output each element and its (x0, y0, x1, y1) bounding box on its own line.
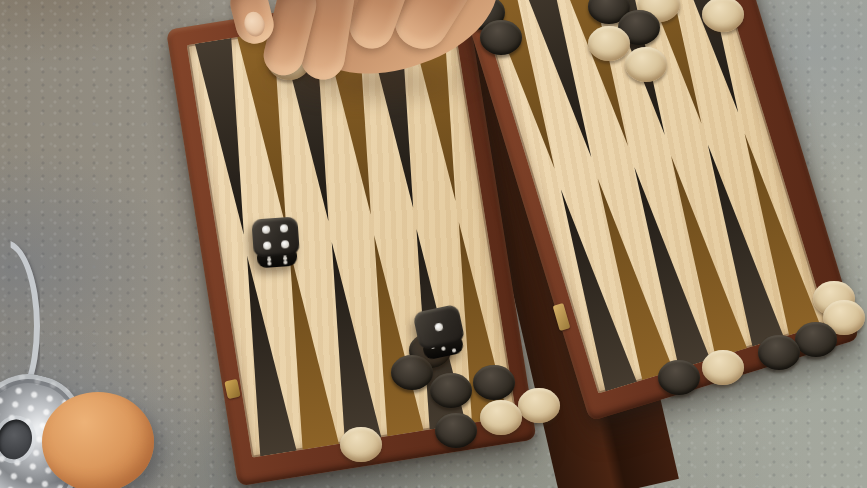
checker-cream[interactable] (340, 427, 382, 462)
die-showing-1[interactable] (412, 304, 467, 361)
die-top-face (251, 216, 300, 257)
checker-black[interactable] (430, 373, 472, 408)
die-pip (267, 262, 271, 266)
checker-cream-held[interactable] (268, 45, 310, 80)
checker-black[interactable] (658, 360, 700, 395)
die-pip (283, 261, 287, 265)
pieces-layer (0, 0, 867, 488)
checker-black[interactable] (480, 20, 522, 55)
checker-cream[interactable] (702, 0, 744, 32)
die-pip (441, 347, 446, 352)
die-pip (281, 240, 290, 249)
checker-cream[interactable] (518, 388, 560, 423)
checker-cream[interactable] (588, 26, 630, 61)
die-pip (262, 226, 271, 235)
die-pip (263, 241, 272, 250)
die-showing-4[interactable] (251, 216, 300, 268)
die-pip (451, 349, 456, 354)
checker-black[interactable] (473, 365, 515, 400)
checker-cream[interactable] (480, 400, 522, 435)
checker-black[interactable] (758, 335, 800, 370)
die-pip (280, 225, 289, 234)
checker-cream[interactable] (625, 47, 667, 82)
scene (0, 0, 867, 488)
checker-cream[interactable] (379, 7, 421, 42)
checker-black[interactable] (795, 322, 837, 357)
die-pip (434, 322, 443, 331)
checker-black[interactable] (435, 413, 477, 448)
checker-cream[interactable] (702, 350, 744, 385)
